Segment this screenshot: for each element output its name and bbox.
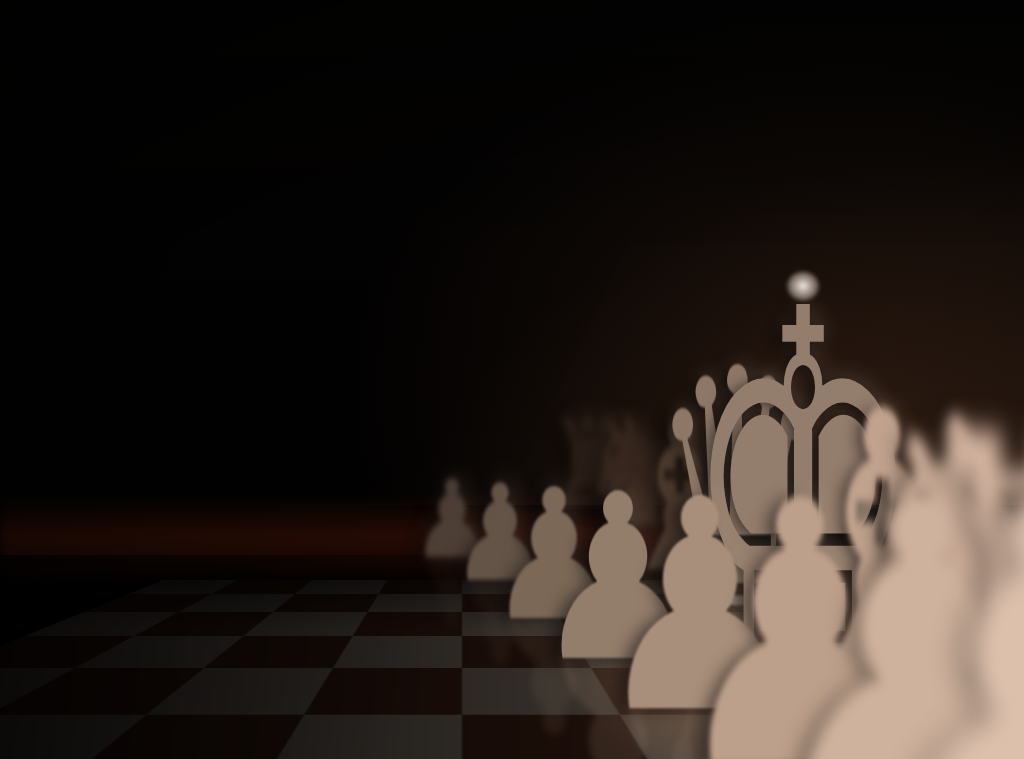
king-finial-highlight bbox=[780, 265, 826, 307]
piece-layer: ♜♞♝♛♚♝♞♜♟♟♟♟♟♟♟♟ bbox=[0, 0, 1024, 759]
piece-white-pawn-h2[interactable]: ♟ bbox=[827, 422, 1024, 759]
chess-photo-scene: ♛♚♝♟♟♟♟♟♟ ♜♞♝♛♚♝♞♜♟♟♟♟♟♟♟♟ bbox=[0, 0, 1024, 759]
